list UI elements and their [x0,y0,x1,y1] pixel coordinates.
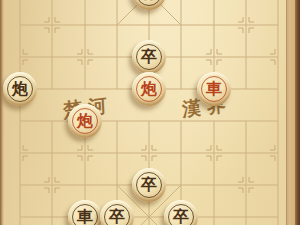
piece-label: 卒 [141,49,157,65]
piece-black-chariot-c9[interactable]: 車 [68,200,102,225]
piece-label: 車 [206,81,222,97]
piece-black-general-e2[interactable]: 将 [132,0,166,10]
pieces-layer: 将卒炮炮車炮卒車卒卒 [0,0,300,225]
piece-red-cannon-c6[interactable]: 炮 [68,104,102,138]
piece-red-chariot-g5[interactable]: 車 [197,72,231,106]
piece-black-cannon-a5[interactable]: 炮 [3,72,37,106]
piece-red-cannon-e5[interactable]: 炮 [132,72,166,106]
piece-label: 将 [141,0,157,1]
piece-label: 卒 [141,177,157,193]
piece-label: 炮 [77,113,93,129]
piece-black-soldier-e4[interactable]: 卒 [132,40,166,74]
piece-label: 卒 [173,209,189,225]
board-left-edge [0,0,4,225]
piece-black-soldier-d9[interactable]: 卒 [100,200,134,225]
board-right-frame [295,0,300,225]
piece-label: 炮 [141,81,157,97]
piece-label: 炮 [12,81,28,97]
piece-black-soldier-e8[interactable]: 卒 [132,168,166,202]
piece-label: 車 [77,209,93,225]
xiangqi-board[interactable]: 楚河 漢界 将卒炮炮車炮卒車卒卒 [0,0,300,225]
piece-black-soldier-f9[interactable]: 卒 [164,200,198,225]
piece-label: 卒 [109,209,125,225]
